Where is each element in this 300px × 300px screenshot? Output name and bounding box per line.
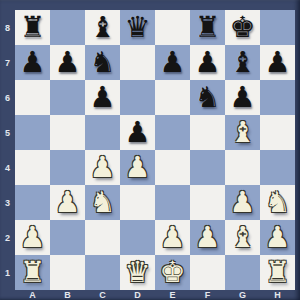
white-bishop-g2: ♝ bbox=[225, 220, 260, 255]
square-f4[interactable] bbox=[190, 150, 225, 185]
black-pawn-d5: ♟ bbox=[120, 115, 155, 150]
square-g5[interactable]: ♝ bbox=[225, 115, 260, 150]
square-b2[interactable] bbox=[50, 220, 85, 255]
black-pawn-g6: ♟ bbox=[225, 80, 260, 115]
square-e7[interactable]: ♟ bbox=[155, 45, 190, 80]
square-c6[interactable]: ♟ bbox=[85, 80, 120, 115]
file-label-g: G bbox=[225, 289, 260, 300]
white-queen-d1: ♛ bbox=[120, 255, 155, 290]
square-e2[interactable]: ♟ bbox=[155, 220, 190, 255]
square-d1[interactable]: ♛ bbox=[120, 255, 155, 290]
black-bishop-g7: ♝ bbox=[225, 45, 260, 80]
rank-label-5: 5 bbox=[0, 115, 15, 150]
white-pawn-b3: ♟ bbox=[50, 185, 85, 220]
white-pawn-h2: ♟ bbox=[260, 220, 295, 255]
square-h7[interactable]: ♟ bbox=[260, 45, 295, 80]
square-f8[interactable]: ♜ bbox=[190, 10, 225, 45]
square-h5[interactable] bbox=[260, 115, 295, 150]
square-f6[interactable]: ♞ bbox=[190, 80, 225, 115]
black-knight-c7: ♞ bbox=[85, 45, 120, 80]
white-knight-c3: ♞ bbox=[85, 185, 120, 220]
rank-labels: 87654321 bbox=[0, 10, 15, 290]
rank-label-8: 8 bbox=[0, 10, 15, 45]
square-b6[interactable] bbox=[50, 80, 85, 115]
file-label-a: A bbox=[15, 289, 50, 300]
rank-label-7: 7 bbox=[0, 45, 15, 80]
white-pawn-a2: ♟ bbox=[15, 220, 50, 255]
chess-diagram-frame: ♜♝♛♜♚♟♟♞♟♟♝♟♟♞♟♟♝♟♟♟♞♟♞♟♟♟♝♟♜♛♚♜ 8765432… bbox=[0, 0, 300, 300]
square-d7[interactable] bbox=[120, 45, 155, 80]
square-d5[interactable]: ♟ bbox=[120, 115, 155, 150]
white-pawn-c4: ♟ bbox=[85, 150, 120, 185]
file-label-f: F bbox=[190, 289, 225, 300]
white-king-e1: ♚ bbox=[155, 255, 190, 290]
square-h2[interactable]: ♟ bbox=[260, 220, 295, 255]
black-king-g8: ♚ bbox=[225, 10, 260, 45]
square-c2[interactable] bbox=[85, 220, 120, 255]
white-bishop-g5: ♝ bbox=[225, 115, 260, 150]
square-b4[interactable] bbox=[50, 150, 85, 185]
square-g3[interactable]: ♟ bbox=[225, 185, 260, 220]
square-e6[interactable] bbox=[155, 80, 190, 115]
square-g8[interactable]: ♚ bbox=[225, 10, 260, 45]
square-h1[interactable]: ♜ bbox=[260, 255, 295, 290]
square-b5[interactable] bbox=[50, 115, 85, 150]
square-f5[interactable] bbox=[190, 115, 225, 150]
black-pawn-e7: ♟ bbox=[155, 45, 190, 80]
square-a1[interactable]: ♜ bbox=[15, 255, 50, 290]
square-b8[interactable] bbox=[50, 10, 85, 45]
square-d6[interactable] bbox=[120, 80, 155, 115]
square-d3[interactable] bbox=[120, 185, 155, 220]
square-d8[interactable]: ♛ bbox=[120, 10, 155, 45]
square-g1[interactable] bbox=[225, 255, 260, 290]
square-a5[interactable] bbox=[15, 115, 50, 150]
square-f7[interactable]: ♟ bbox=[190, 45, 225, 80]
square-b3[interactable]: ♟ bbox=[50, 185, 85, 220]
square-g6[interactable]: ♟ bbox=[225, 80, 260, 115]
square-h4[interactable] bbox=[260, 150, 295, 185]
file-label-e: E bbox=[155, 289, 190, 300]
square-h3[interactable]: ♞ bbox=[260, 185, 295, 220]
file-label-c: C bbox=[85, 289, 120, 300]
square-f3[interactable] bbox=[190, 185, 225, 220]
square-e3[interactable] bbox=[155, 185, 190, 220]
white-pawn-f2: ♟ bbox=[190, 220, 225, 255]
square-g7[interactable]: ♝ bbox=[225, 45, 260, 80]
square-b1[interactable] bbox=[50, 255, 85, 290]
black-pawn-h7: ♟ bbox=[260, 45, 295, 80]
square-c4[interactable]: ♟ bbox=[85, 150, 120, 185]
rank-label-6: 6 bbox=[0, 80, 15, 115]
black-pawn-a7: ♟ bbox=[15, 45, 50, 80]
black-rook-f8: ♜ bbox=[190, 10, 225, 45]
square-e5[interactable] bbox=[155, 115, 190, 150]
black-queen-d8: ♛ bbox=[120, 10, 155, 45]
square-d4[interactable]: ♟ bbox=[120, 150, 155, 185]
square-a4[interactable] bbox=[15, 150, 50, 185]
square-f2[interactable]: ♟ bbox=[190, 220, 225, 255]
square-e4[interactable] bbox=[155, 150, 190, 185]
file-label-b: B bbox=[50, 289, 85, 300]
rank-label-1: 1 bbox=[0, 255, 15, 290]
square-f1[interactable] bbox=[190, 255, 225, 290]
square-b7[interactable]: ♟ bbox=[50, 45, 85, 80]
square-c7[interactable]: ♞ bbox=[85, 45, 120, 80]
white-rook-a1: ♜ bbox=[15, 255, 50, 290]
square-e8[interactable] bbox=[155, 10, 190, 45]
square-a6[interactable] bbox=[15, 80, 50, 115]
square-c5[interactable] bbox=[85, 115, 120, 150]
square-a2[interactable]: ♟ bbox=[15, 220, 50, 255]
black-rook-a8: ♜ bbox=[15, 10, 50, 45]
black-knight-f6: ♞ bbox=[190, 80, 225, 115]
square-e1[interactable]: ♚ bbox=[155, 255, 190, 290]
black-pawn-c6: ♟ bbox=[85, 80, 120, 115]
black-bishop-c8: ♝ bbox=[85, 10, 120, 45]
square-c1[interactable] bbox=[85, 255, 120, 290]
square-g2[interactable]: ♝ bbox=[225, 220, 260, 255]
square-d2[interactable] bbox=[120, 220, 155, 255]
rank-label-4: 4 bbox=[0, 150, 15, 185]
file-label-d: D bbox=[120, 289, 155, 300]
chess-board: ♜♝♛♜♚♟♟♞♟♟♝♟♟♞♟♟♝♟♟♟♞♟♞♟♟♟♝♟♜♛♚♜ bbox=[15, 10, 295, 290]
square-h8[interactable] bbox=[260, 10, 295, 45]
square-g4[interactable] bbox=[225, 150, 260, 185]
white-knight-h3: ♞ bbox=[260, 185, 295, 220]
white-pawn-g3: ♟ bbox=[225, 185, 260, 220]
white-pawn-e2: ♟ bbox=[155, 220, 190, 255]
file-label-h: H bbox=[260, 289, 295, 300]
square-a8[interactable]: ♜ bbox=[15, 10, 50, 45]
file-labels: ABCDEFGH bbox=[15, 289, 295, 300]
rank-label-2: 2 bbox=[0, 220, 15, 255]
black-pawn-f7: ♟ bbox=[190, 45, 225, 80]
square-h6[interactable] bbox=[260, 80, 295, 115]
square-c8[interactable]: ♝ bbox=[85, 10, 120, 45]
rank-label-3: 3 bbox=[0, 185, 15, 220]
white-pawn-d4: ♟ bbox=[120, 150, 155, 185]
white-rook-h1: ♜ bbox=[260, 255, 295, 290]
square-a7[interactable]: ♟ bbox=[15, 45, 50, 80]
black-pawn-b7: ♟ bbox=[50, 45, 85, 80]
square-a3[interactable] bbox=[15, 185, 50, 220]
square-c3[interactable]: ♞ bbox=[85, 185, 120, 220]
